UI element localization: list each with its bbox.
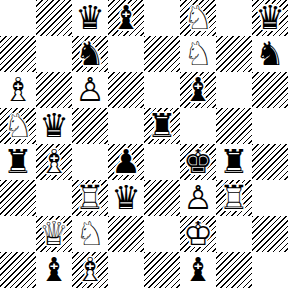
- piece-black-queen[interactable]: ♛: [36, 108, 72, 144]
- piece-black-rook[interactable]: ♜: [144, 108, 180, 144]
- piece-black-glyph-layer: ♝: [180, 252, 216, 288]
- square-f2[interactable]: ♚♔: [180, 216, 216, 252]
- square-e2[interactable]: [144, 216, 180, 252]
- square-f4[interactable]: ♚: [180, 144, 216, 180]
- piece-black-glyph-layer: ♛: [36, 108, 72, 144]
- chess-board: ♛♝♞♘♛♞♞♘♞♝♗♟♙♝♞♘♛♜♜♝♗♟♚♜♜♖♛♟♙♜♖♛♕♞♘♚♔♝♝♗…: [0, 0, 288, 288]
- square-b6[interactable]: [36, 72, 72, 108]
- square-e7[interactable]: [144, 36, 180, 72]
- square-a2[interactable]: [0, 216, 36, 252]
- square-d1[interactable]: [108, 252, 144, 288]
- piece-white-outline-layer: ♙: [180, 180, 216, 216]
- square-b5[interactable]: ♛: [36, 108, 72, 144]
- square-h7[interactable]: ♞: [252, 36, 288, 72]
- square-d7[interactable]: [108, 36, 144, 72]
- piece-black-glyph-layer: ♜: [216, 144, 252, 180]
- square-a4[interactable]: ♜: [0, 144, 36, 180]
- piece-black-knight[interactable]: ♞: [72, 36, 108, 72]
- square-h6[interactable]: [252, 72, 288, 108]
- piece-black-king[interactable]: ♚: [180, 144, 216, 180]
- square-b2[interactable]: ♛♕: [36, 216, 72, 252]
- square-d6[interactable]: [108, 72, 144, 108]
- piece-white-pawn[interactable]: ♟♙: [180, 180, 216, 216]
- square-c2[interactable]: ♞♘: [72, 216, 108, 252]
- square-g5[interactable]: [216, 108, 252, 144]
- piece-white-knight[interactable]: ♞♘: [180, 36, 216, 72]
- piece-black-bishop[interactable]: ♝: [180, 72, 216, 108]
- square-e3[interactable]: [144, 180, 180, 216]
- piece-white-rook[interactable]: ♜♖: [216, 180, 252, 216]
- square-c1[interactable]: ♝♗: [72, 252, 108, 288]
- square-a8[interactable]: [0, 0, 36, 36]
- piece-white-knight[interactable]: ♞♘: [72, 216, 108, 252]
- square-e8[interactable]: [144, 0, 180, 36]
- piece-black-bishop[interactable]: ♝: [108, 0, 144, 36]
- square-h2[interactable]: [252, 216, 288, 252]
- square-b8[interactable]: [36, 0, 72, 36]
- square-d8[interactable]: ♝: [108, 0, 144, 36]
- piece-black-glyph-layer: ♞: [72, 36, 108, 72]
- piece-black-glyph-layer: ♜: [144, 108, 180, 144]
- square-c7[interactable]: ♞: [72, 36, 108, 72]
- piece-black-glyph-layer: ♛: [108, 180, 144, 216]
- square-h8[interactable]: ♛: [252, 0, 288, 36]
- square-e6[interactable]: [144, 72, 180, 108]
- piece-white-knight[interactable]: ♞♘: [0, 108, 36, 144]
- piece-white-outline-layer: ♕: [36, 216, 72, 252]
- piece-white-outline-layer: ♘: [72, 216, 108, 252]
- piece-white-bishop[interactable]: ♝♗: [0, 72, 36, 108]
- square-f7[interactable]: ♞♘: [180, 36, 216, 72]
- square-c6[interactable]: ♟♙: [72, 72, 108, 108]
- square-e1[interactable]: [144, 252, 180, 288]
- square-f5[interactable]: [180, 108, 216, 144]
- square-b4[interactable]: ♝♗: [36, 144, 72, 180]
- piece-white-pawn[interactable]: ♟♙: [72, 72, 108, 108]
- piece-black-glyph-layer: ♝: [180, 72, 216, 108]
- piece-black-rook[interactable]: ♜: [0, 144, 36, 180]
- square-b1[interactable]: ♝: [36, 252, 72, 288]
- square-g7[interactable]: [216, 36, 252, 72]
- square-d5[interactable]: [108, 108, 144, 144]
- piece-black-glyph-layer: ♚: [180, 144, 216, 180]
- piece-black-glyph-layer: ♛: [72, 0, 108, 36]
- square-a6[interactable]: ♝♗: [0, 72, 36, 108]
- piece-white-outline-layer: ♗: [72, 252, 108, 288]
- piece-white-outline-layer: ♗: [0, 72, 36, 108]
- piece-black-queen[interactable]: ♛: [108, 180, 144, 216]
- piece-white-outline-layer: ♘: [0, 108, 36, 144]
- square-c3[interactable]: ♜♖: [72, 180, 108, 216]
- square-g8[interactable]: [216, 0, 252, 36]
- piece-white-rook[interactable]: ♜♖: [72, 180, 108, 216]
- square-g1[interactable]: [216, 252, 252, 288]
- piece-black-glyph-layer: ♝: [108, 0, 144, 36]
- square-h1[interactable]: [252, 252, 288, 288]
- square-d3[interactable]: ♛: [108, 180, 144, 216]
- piece-black-glyph-layer: ♞: [252, 36, 288, 72]
- square-d2[interactable]: [108, 216, 144, 252]
- piece-black-rook[interactable]: ♜: [216, 144, 252, 180]
- piece-black-glyph-layer: ♟: [108, 144, 144, 180]
- piece-white-king[interactable]: ♚♔: [180, 216, 216, 252]
- square-h3[interactable]: [252, 180, 288, 216]
- piece-white-outline-layer: ♔: [180, 216, 216, 252]
- piece-white-outline-layer: ♗: [36, 144, 72, 180]
- square-a5[interactable]: ♞♘: [0, 108, 36, 144]
- square-e5[interactable]: ♜: [144, 108, 180, 144]
- square-f8[interactable]: ♞♘: [180, 0, 216, 36]
- square-a7[interactable]: [0, 36, 36, 72]
- piece-white-bishop[interactable]: ♝♗: [36, 144, 72, 180]
- piece-black-glyph-layer: ♜: [0, 144, 36, 180]
- piece-white-queen[interactable]: ♛♕: [36, 216, 72, 252]
- square-c4[interactable]: [72, 144, 108, 180]
- square-c8[interactable]: ♛: [72, 0, 108, 36]
- piece-black-bishop[interactable]: ♝: [36, 252, 72, 288]
- square-f1[interactable]: ♝: [180, 252, 216, 288]
- piece-white-outline-layer: ♘: [180, 36, 216, 72]
- piece-black-glyph-layer: ♝: [36, 252, 72, 288]
- piece-white-outline-layer: ♖: [72, 180, 108, 216]
- piece-white-bishop[interactable]: ♝♗: [72, 252, 108, 288]
- square-g3[interactable]: ♜♖: [216, 180, 252, 216]
- square-a1[interactable]: [0, 252, 36, 288]
- square-d4[interactable]: ♟: [108, 144, 144, 180]
- piece-black-queen[interactable]: ♛: [252, 0, 288, 36]
- piece-white-knight[interactable]: ♞♘: [180, 0, 216, 36]
- square-h5[interactable]: [252, 108, 288, 144]
- square-g2[interactable]: [216, 216, 252, 252]
- square-b3[interactable]: [36, 180, 72, 216]
- square-h4[interactable]: [252, 144, 288, 180]
- square-b7[interactable]: [36, 36, 72, 72]
- square-f6[interactable]: ♝: [180, 72, 216, 108]
- piece-white-outline-layer: ♙: [72, 72, 108, 108]
- square-a3[interactable]: [0, 180, 36, 216]
- square-g6[interactable]: [216, 72, 252, 108]
- piece-white-outline-layer: ♘: [180, 0, 216, 36]
- piece-black-glyph-layer: ♛: [252, 0, 288, 36]
- square-f3[interactable]: ♟♙: [180, 180, 216, 216]
- piece-black-pawn[interactable]: ♟: [108, 144, 144, 180]
- piece-black-knight[interactable]: ♞: [252, 36, 288, 72]
- square-c5[interactable]: [72, 108, 108, 144]
- piece-white-outline-layer: ♖: [216, 180, 252, 216]
- square-e4[interactable]: [144, 144, 180, 180]
- square-g4[interactable]: ♜: [216, 144, 252, 180]
- piece-black-bishop[interactable]: ♝: [180, 252, 216, 288]
- piece-black-queen[interactable]: ♛: [72, 0, 108, 36]
